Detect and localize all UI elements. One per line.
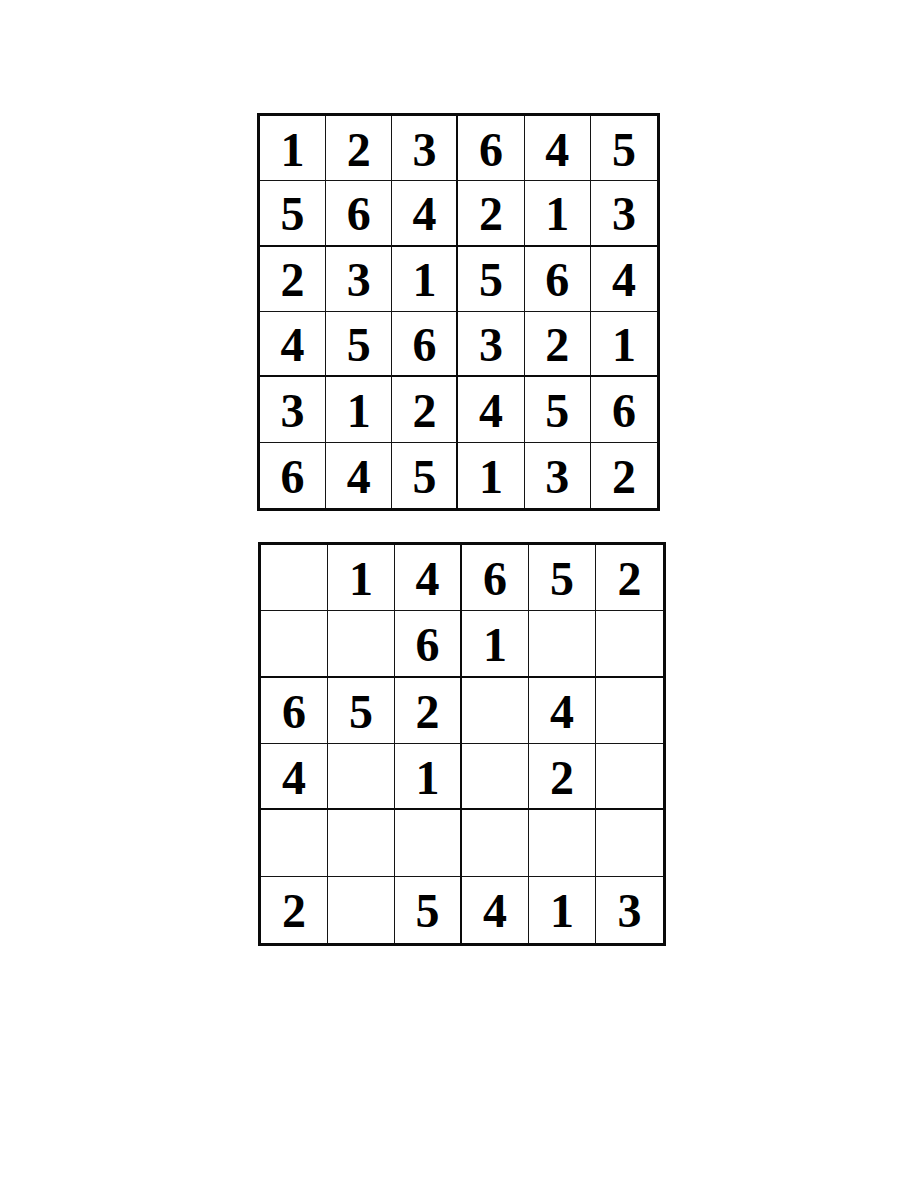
cell-given-r6c3: 5 <box>395 877 462 943</box>
cell-given-r4c1: 4 <box>260 312 326 377</box>
cell-empty-r2c5 <box>529 611 596 677</box>
cell-given-r1c4: 6 <box>462 545 529 611</box>
cell-given-r1c5: 4 <box>525 116 591 181</box>
cell-given-r5c2: 1 <box>326 377 392 442</box>
cell-given-r4c3: 1 <box>395 744 462 810</box>
cell-given-r1c2: 1 <box>328 545 395 611</box>
cell-given-r5c1: 3 <box>260 377 326 442</box>
cell-empty-r4c2 <box>328 744 395 810</box>
cell-given-r1c4: 6 <box>458 116 524 181</box>
cell-given-r6c5: 3 <box>525 443 591 508</box>
cell-empty-r5c5 <box>529 810 596 876</box>
cell-empty-r2c6 <box>596 611 663 677</box>
cell-given-r3c2: 5 <box>328 678 395 744</box>
cell-given-r1c3: 3 <box>392 116 458 181</box>
cell-given-r5c4: 4 <box>458 377 524 442</box>
cell-given-r3c1: 6 <box>261 678 328 744</box>
cell-given-r6c4: 1 <box>458 443 524 508</box>
cell-given-r3c3: 2 <box>395 678 462 744</box>
cell-given-r3c3: 1 <box>392 247 458 312</box>
cell-given-r6c6: 3 <box>596 877 663 943</box>
cell-empty-r5c6 <box>596 810 663 876</box>
cell-empty-r2c2 <box>328 611 395 677</box>
cell-given-r2c4: 2 <box>458 181 524 246</box>
cell-empty-r4c6 <box>596 744 663 810</box>
cell-given-r3c1: 2 <box>260 247 326 312</box>
cell-given-r2c3: 4 <box>392 181 458 246</box>
cell-given-r3c5: 4 <box>529 678 596 744</box>
cell-empty-r2c1 <box>261 611 328 677</box>
cell-given-r2c2: 6 <box>326 181 392 246</box>
cell-given-r3c2: 3 <box>326 247 392 312</box>
cell-given-r4c5: 2 <box>525 312 591 377</box>
cell-empty-r4c4 <box>462 744 529 810</box>
cell-given-r2c4: 1 <box>462 611 529 677</box>
cell-given-r1c6: 5 <box>591 116 657 181</box>
cell-given-r2c6: 3 <box>591 181 657 246</box>
cell-given-r4c3: 6 <box>392 312 458 377</box>
cell-empty-r5c3 <box>395 810 462 876</box>
cell-empty-r5c1 <box>261 810 328 876</box>
cell-empty-r5c2 <box>328 810 395 876</box>
cell-given-r6c1: 2 <box>261 877 328 943</box>
cell-given-r1c6: 2 <box>596 545 663 611</box>
cell-empty-r3c6 <box>596 678 663 744</box>
cell-given-r4c4: 3 <box>458 312 524 377</box>
solution-board: 123645564213231564456321312456645132 <box>257 113 660 511</box>
cell-given-r6c6: 2 <box>591 443 657 508</box>
cell-given-r6c2: 4 <box>326 443 392 508</box>
cell-given-r3c4: 5 <box>458 247 524 312</box>
cell-empty-r1c1 <box>261 545 328 611</box>
cell-given-r2c5: 1 <box>525 181 591 246</box>
cell-given-r4c6: 1 <box>591 312 657 377</box>
cell-given-r5c6: 6 <box>591 377 657 442</box>
cell-given-r4c5: 2 <box>529 744 596 810</box>
cell-given-r1c5: 5 <box>529 545 596 611</box>
cell-given-r6c5: 1 <box>529 877 596 943</box>
cell-empty-r5c4 <box>462 810 529 876</box>
cell-given-r4c1: 4 <box>261 744 328 810</box>
cell-given-r3c5: 6 <box>525 247 591 312</box>
cell-given-r6c1: 6 <box>260 443 326 508</box>
cell-given-r6c4: 4 <box>462 877 529 943</box>
puzzle-board: 1465261652441225413 <box>258 542 666 946</box>
cell-given-r1c2: 2 <box>326 116 392 181</box>
cell-given-r1c3: 4 <box>395 545 462 611</box>
cell-given-r6c3: 5 <box>392 443 458 508</box>
cell-given-r5c3: 2 <box>392 377 458 442</box>
cell-given-r3c6: 4 <box>591 247 657 312</box>
cell-given-r2c1: 5 <box>260 181 326 246</box>
cell-given-r2c3: 6 <box>395 611 462 677</box>
cell-empty-r6c2 <box>328 877 395 943</box>
cell-empty-r3c4 <box>462 678 529 744</box>
cell-given-r5c5: 5 <box>525 377 591 442</box>
cell-given-r1c1: 1 <box>260 116 326 181</box>
cell-given-r4c2: 5 <box>326 312 392 377</box>
